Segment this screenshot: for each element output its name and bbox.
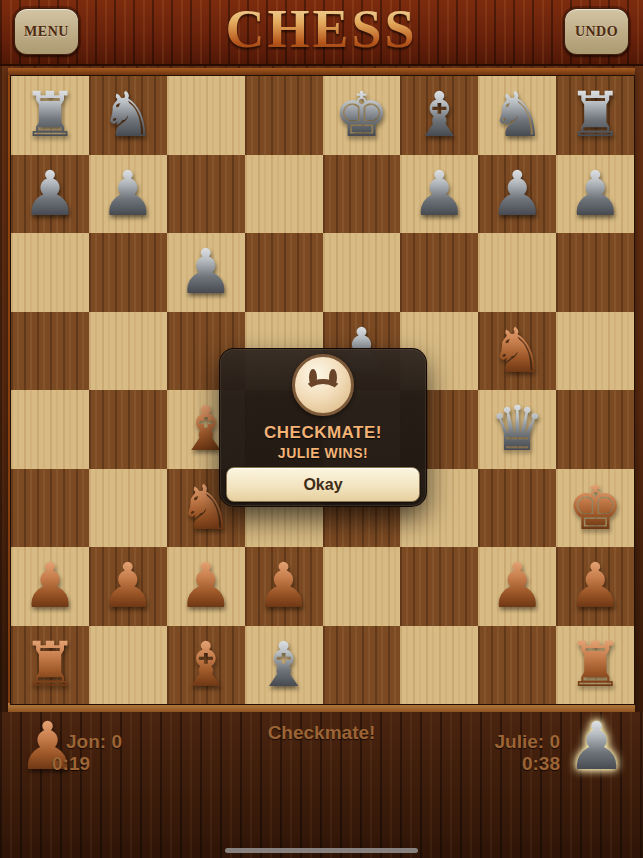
square-h6[interactable] <box>556 233 634 312</box>
square-a8[interactable]: ♜ <box>11 76 89 155</box>
square-a5[interactable] <box>11 312 89 391</box>
black-bishop: ♝ <box>412 84 468 146</box>
black-pawn: ♟ <box>178 241 234 303</box>
white-pawn: ♟ <box>567 555 623 617</box>
square-f1[interactable] <box>400 626 478 705</box>
black-pawn: ♟ <box>100 163 156 225</box>
square-g2[interactable]: ♟ <box>478 547 556 626</box>
app-title: CHESS <box>0 0 643 60</box>
square-h4[interactable] <box>556 390 634 469</box>
white-pawn: ♟ <box>256 555 312 617</box>
square-d7[interactable] <box>245 155 323 234</box>
square-e2[interactable] <box>323 547 401 626</box>
black-rook: ♜ <box>22 84 78 146</box>
square-g4[interactable]: ♛ <box>478 390 556 469</box>
black-pawn: ♟ <box>412 163 468 225</box>
square-g1[interactable] <box>478 626 556 705</box>
white-rook: ♜ <box>567 634 623 696</box>
square-c8[interactable] <box>167 76 245 155</box>
square-d8[interactable] <box>245 76 323 155</box>
checkmate-dialog: CHECKMATE! JULIE WINS! Okay <box>219 348 427 507</box>
square-b8[interactable]: ♞ <box>89 76 167 155</box>
square-f7[interactable]: ♟ <box>400 155 478 234</box>
square-a1[interactable]: ♜ <box>11 626 89 705</box>
square-d6[interactable] <box>245 233 323 312</box>
square-f8[interactable]: ♝ <box>400 76 478 155</box>
square-b5[interactable] <box>89 312 167 391</box>
square-g8[interactable]: ♞ <box>478 76 556 155</box>
julie-pawn-icon-active: ♟ <box>567 714 626 780</box>
chess-app-screen: CHESS MENU UNDO ♜♞♚♝♞♜♟♟♟♟♟♟♟♞♝♛♞♚♟♟♟♟♟♟… <box>0 0 643 858</box>
black-rook: ♜ <box>567 84 623 146</box>
square-a6[interactable] <box>11 233 89 312</box>
square-h3[interactable]: ♚ <box>556 469 634 548</box>
black-king: ♚ <box>334 84 390 146</box>
white-king: ♚ <box>567 477 623 539</box>
sad-face-frown <box>303 379 343 407</box>
black-pawn: ♟ <box>22 163 78 225</box>
board-top-bezel <box>8 68 635 75</box>
white-pawn: ♟ <box>178 555 234 617</box>
square-d1[interactable]: ♝ <box>245 626 323 705</box>
black-bishop: ♝ <box>256 634 312 696</box>
square-g5[interactable]: ♞ <box>478 312 556 391</box>
okay-button[interactable]: Okay <box>226 467 420 502</box>
dialog-subtitle: JULIE WINS! <box>220 445 426 461</box>
square-a2[interactable]: ♟ <box>11 547 89 626</box>
white-bishop: ♝ <box>178 634 234 696</box>
square-b3[interactable] <box>89 469 167 548</box>
jon-clock: 0:19 <box>52 753 90 775</box>
white-pawn: ♟ <box>22 555 78 617</box>
white-rook: ♜ <box>22 634 78 696</box>
square-e1[interactable] <box>323 626 401 705</box>
square-a7[interactable]: ♟ <box>11 155 89 234</box>
white-pawn: ♟ <box>489 555 545 617</box>
black-pawn: ♟ <box>489 163 545 225</box>
square-h2[interactable]: ♟ <box>556 547 634 626</box>
square-b4[interactable] <box>89 390 167 469</box>
square-f6[interactable] <box>400 233 478 312</box>
white-pawn: ♟ <box>100 555 156 617</box>
julie-clock: 0:38 <box>410 753 560 775</box>
square-c1[interactable]: ♝ <box>167 626 245 705</box>
square-c2[interactable]: ♟ <box>167 547 245 626</box>
square-c7[interactable] <box>167 155 245 234</box>
black-knight: ♞ <box>489 84 545 146</box>
square-e7[interactable] <box>323 155 401 234</box>
square-d2[interactable]: ♟ <box>245 547 323 626</box>
square-b6[interactable] <box>89 233 167 312</box>
black-queen: ♛ <box>489 398 545 460</box>
dialog-title: CHECKMATE! <box>220 423 426 443</box>
black-pawn: ♟ <box>567 163 623 225</box>
square-b2[interactable]: ♟ <box>89 547 167 626</box>
square-e8[interactable]: ♚ <box>323 76 401 155</box>
square-h1[interactable]: ♜ <box>556 626 634 705</box>
square-h7[interactable]: ♟ <box>556 155 634 234</box>
square-a4[interactable] <box>11 390 89 469</box>
square-a3[interactable] <box>11 469 89 548</box>
julie-name-score: Julie: 0 <box>410 731 560 753</box>
square-e6[interactable] <box>323 233 401 312</box>
square-b1[interactable] <box>89 626 167 705</box>
home-indicator[interactable] <box>225 848 418 853</box>
sad-face-icon <box>292 354 354 416</box>
square-f2[interactable] <box>400 547 478 626</box>
square-g7[interactable]: ♟ <box>478 155 556 234</box>
black-knight: ♞ <box>100 84 156 146</box>
square-h5[interactable] <box>556 312 634 391</box>
square-h8[interactable]: ♜ <box>556 76 634 155</box>
square-g3[interactable] <box>478 469 556 548</box>
square-g6[interactable] <box>478 233 556 312</box>
undo-button[interactable]: UNDO <box>564 8 629 55</box>
white-knight: ♞ <box>489 320 545 382</box>
square-c6[interactable]: ♟ <box>167 233 245 312</box>
square-b7[interactable]: ♟ <box>89 155 167 234</box>
menu-button[interactable]: MENU <box>14 8 79 55</box>
